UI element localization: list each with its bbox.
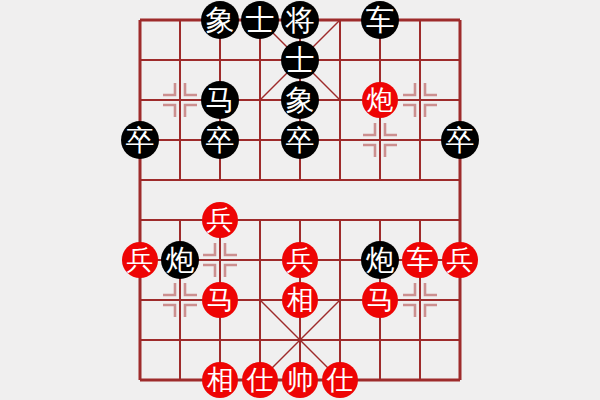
point-c8-r7[interactable] xyxy=(440,280,480,320)
piece-black-advisor[interactable]: 士 xyxy=(281,41,319,79)
point-c6-r4[interactable] xyxy=(360,160,400,200)
point-c3-r3[interactable] xyxy=(240,120,280,160)
point-c1-r3[interactable] xyxy=(160,120,200,160)
piece-red-advisor[interactable]: 仕 xyxy=(242,362,278,398)
point-c5-r7[interactable] xyxy=(320,280,360,320)
point-c6-r2[interactable]: 炮 xyxy=(360,80,400,120)
point-c3-r0[interactable]: 士 xyxy=(240,0,280,40)
point-c4-r5[interactable] xyxy=(280,200,320,240)
piece-red-general[interactable]: 帅 xyxy=(282,362,318,398)
piece-black-soldier[interactable]: 卒 xyxy=(441,121,479,159)
point-c1-r0[interactable] xyxy=(160,0,200,40)
point-c0-r8[interactable] xyxy=(120,320,160,360)
piece-red-horse[interactable]: 马 xyxy=(362,282,398,318)
piece-red-soldier[interactable]: 兵 xyxy=(282,242,318,278)
point-c1-r5[interactable] xyxy=(160,200,200,240)
point-c3-r1[interactable] xyxy=(240,40,280,80)
point-c7-r9[interactable] xyxy=(400,360,440,400)
point-c2-r8[interactable] xyxy=(200,320,240,360)
point-c7-r1[interactable] xyxy=(400,40,440,80)
point-c8-r1[interactable] xyxy=(440,40,480,80)
point-c1-r8[interactable] xyxy=(160,320,200,360)
piece-black-soldier[interactable]: 卒 xyxy=(281,121,319,159)
point-c1-r2[interactable] xyxy=(160,80,200,120)
piece-black-elephant[interactable]: 象 xyxy=(201,1,239,39)
point-c0-r0[interactable] xyxy=(120,0,160,40)
point-c1-r6[interactable]: 炮 xyxy=(160,240,200,280)
point-c5-r3[interactable] xyxy=(320,120,360,160)
point-c8-r5[interactable] xyxy=(440,200,480,240)
point-c6-r6[interactable]: 炮 xyxy=(360,240,400,280)
point-c2-r1[interactable] xyxy=(200,40,240,80)
piece-red-elephant[interactable]: 相 xyxy=(202,362,238,398)
point-c6-r8[interactable] xyxy=(360,320,400,360)
point-c7-r5[interactable] xyxy=(400,200,440,240)
point-c4-r3[interactable]: 卒 xyxy=(280,120,320,160)
point-c1-r1[interactable] xyxy=(160,40,200,80)
point-c2-r5[interactable]: 兵 xyxy=(200,200,240,240)
piece-black-soldier[interactable]: 卒 xyxy=(121,121,159,159)
point-c1-r9[interactable] xyxy=(160,360,200,400)
point-c8-r6[interactable]: 兵 xyxy=(440,240,480,280)
point-c0-r1[interactable] xyxy=(120,40,160,80)
point-c5-r4[interactable] xyxy=(320,160,360,200)
point-c5-r2[interactable] xyxy=(320,80,360,120)
point-c4-r4[interactable] xyxy=(280,160,320,200)
point-c5-r9[interactable]: 仕 xyxy=(320,360,360,400)
point-c0-r5[interactable] xyxy=(120,200,160,240)
point-c2-r9[interactable]: 相 xyxy=(200,360,240,400)
point-c5-r5[interactable] xyxy=(320,200,360,240)
piece-black-horse[interactable]: 马 xyxy=(201,81,239,119)
point-c8-r2[interactable] xyxy=(440,80,480,120)
piece-red-elephant[interactable]: 相 xyxy=(282,282,318,318)
piece-red-horse[interactable]: 马 xyxy=(202,282,238,318)
point-c0-r3[interactable]: 卒 xyxy=(120,120,160,160)
piece-red-soldier[interactable]: 兵 xyxy=(122,242,158,278)
point-c3-r2[interactable] xyxy=(240,80,280,120)
point-c6-r9[interactable] xyxy=(360,360,400,400)
point-c0-r4[interactable] xyxy=(120,160,160,200)
point-c7-r8[interactable] xyxy=(400,320,440,360)
point-c8-r3[interactable]: 卒 xyxy=(440,120,480,160)
point-c7-r3[interactable] xyxy=(400,120,440,160)
point-c2-r4[interactable] xyxy=(200,160,240,200)
point-c4-r7[interactable]: 相 xyxy=(280,280,320,320)
point-c1-r7[interactable] xyxy=(160,280,200,320)
point-c4-r6[interactable]: 兵 xyxy=(280,240,320,280)
point-c0-r9[interactable] xyxy=(120,360,160,400)
point-c5-r6[interactable] xyxy=(320,240,360,280)
point-c7-r7[interactable] xyxy=(400,280,440,320)
piece-red-advisor[interactable]: 仕 xyxy=(322,362,358,398)
point-c4-r2[interactable]: 象 xyxy=(280,80,320,120)
point-c8-r0[interactable] xyxy=(440,0,480,40)
point-c6-r1[interactable] xyxy=(360,40,400,80)
piece-red-soldier[interactable]: 兵 xyxy=(202,202,238,238)
point-c2-r3[interactable]: 卒 xyxy=(200,120,240,160)
point-c6-r3[interactable] xyxy=(360,120,400,160)
point-c3-r4[interactable] xyxy=(240,160,280,200)
piece-red-soldier[interactable]: 兵 xyxy=(442,242,478,278)
point-c2-r6[interactable] xyxy=(200,240,240,280)
point-c5-r1[interactable] xyxy=(320,40,360,80)
point-c8-r4[interactable] xyxy=(440,160,480,200)
piece-red-chariot[interactable]: 车 xyxy=(402,242,438,278)
piece-black-soldier[interactable]: 卒 xyxy=(201,121,239,159)
point-c2-r0[interactable]: 象 xyxy=(200,0,240,40)
point-c5-r8[interactable] xyxy=(320,320,360,360)
point-c7-r6[interactable]: 车 xyxy=(400,240,440,280)
point-c8-r8[interactable] xyxy=(440,320,480,360)
xiangqi-board-screenshot: 象士将车士马象炮卒卒卒卒兵兵炮兵炮车兵马相马相仕帅仕 xyxy=(0,0,600,400)
point-c4-r1[interactable]: 士 xyxy=(280,40,320,80)
piece-black-cannon[interactable]: 炮 xyxy=(161,241,199,279)
piece-black-advisor[interactable]: 士 xyxy=(241,1,279,39)
point-c2-r2[interactable]: 马 xyxy=(200,80,240,120)
piece-black-cannon[interactable]: 炮 xyxy=(361,241,399,279)
point-c1-r4[interactable] xyxy=(160,160,200,200)
point-c8-r9[interactable] xyxy=(440,360,480,400)
point-c0-r7[interactable] xyxy=(120,280,160,320)
point-c0-r6[interactable]: 兵 xyxy=(120,240,160,280)
piece-black-elephant[interactable]: 象 xyxy=(281,81,319,119)
point-c6-r0[interactable]: 车 xyxy=(360,0,400,40)
xiangqi-board: 象士将车士马象炮卒卒卒卒兵兵炮兵炮车兵马相马相仕帅仕 xyxy=(120,0,480,400)
point-c3-r9[interactable]: 仕 xyxy=(240,360,280,400)
point-c3-r6[interactable] xyxy=(240,240,280,280)
point-c4-r0[interactable]: 将 xyxy=(280,0,320,40)
point-c4-r9[interactable]: 帅 xyxy=(280,360,320,400)
piece-red-cannon[interactable]: 炮 xyxy=(362,82,398,118)
point-c3-r8[interactable] xyxy=(240,320,280,360)
point-c7-r4[interactable] xyxy=(400,160,440,200)
point-c6-r7[interactable]: 马 xyxy=(360,280,400,320)
point-c0-r2[interactable] xyxy=(120,80,160,120)
point-c5-r0[interactable] xyxy=(320,0,360,40)
point-c7-r0[interactable] xyxy=(400,0,440,40)
point-c7-r2[interactable] xyxy=(400,80,440,120)
point-c6-r5[interactable] xyxy=(360,200,400,240)
piece-black-chariot[interactable]: 车 xyxy=(361,1,399,39)
point-c4-r8[interactable] xyxy=(280,320,320,360)
piece-black-general[interactable]: 将 xyxy=(281,1,319,39)
point-c3-r5[interactable] xyxy=(240,200,280,240)
point-c2-r7[interactable]: 马 xyxy=(200,280,240,320)
point-c3-r7[interactable] xyxy=(240,280,280,320)
